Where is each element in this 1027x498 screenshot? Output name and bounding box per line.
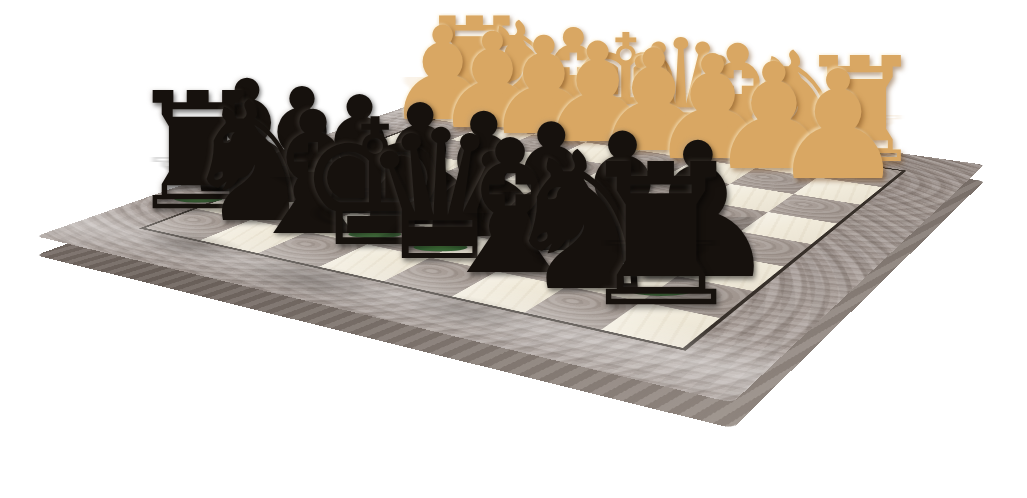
piece-white-pawn: ♟♟ — [771, 50, 906, 201]
piece-black-rook: ♜♜ — [573, 138, 749, 334]
chess-set-photo: ♜♜♞♞♝♝♛♛♚♚♝♝♞♞♜♜♟♟♟♟♟♟♟♟♟♟♟♟♟♟♟♟♟♟♟♟♟♟♟♟… — [0, 0, 1027, 498]
pieces-layer: ♜♜♞♞♝♝♛♛♚♚♝♝♞♞♜♜♟♟♟♟♟♟♟♟♟♟♟♟♟♟♟♟♟♟♟♟♟♟♟♟… — [0, 0, 1027, 498]
